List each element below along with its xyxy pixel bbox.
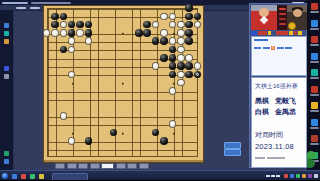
tray-icon[interactable] — [290, 174, 295, 179]
board-cell[interactable] — [42, 45, 50, 53]
board-cell[interactable] — [143, 70, 151, 78]
board-cell[interactable] — [177, 95, 185, 103]
board-cell[interactable] — [177, 37, 185, 45]
board-cell[interactable] — [151, 79, 159, 87]
move-number-field[interactable] — [101, 163, 114, 170]
board-cell[interactable] — [143, 137, 151, 145]
board-cell[interactable] — [109, 29, 117, 37]
board-cell[interactable] — [84, 45, 92, 53]
board-cell[interactable] — [143, 29, 151, 37]
board-cell[interactable] — [185, 79, 193, 87]
board-cell[interactable] — [177, 79, 185, 87]
active-task-button[interactable] — [52, 173, 88, 181]
board-cell[interactable] — [109, 137, 117, 145]
quick-launch-icon[interactable] — [39, 174, 44, 179]
rail-tool-icon[interactable] — [4, 74, 9, 79]
board-cell[interactable] — [76, 112, 84, 120]
board-cell[interactable] — [42, 137, 50, 145]
board-cell[interactable] — [76, 70, 84, 78]
board-cell[interactable] — [143, 12, 151, 20]
board-cell[interactable] — [101, 128, 109, 136]
board-cell[interactable] — [51, 37, 59, 45]
board-cell[interactable] — [151, 37, 159, 45]
board-cell[interactable] — [177, 145, 185, 153]
desktop-icon[interactable] — [308, 20, 320, 30]
board-cell[interactable] — [118, 29, 126, 37]
board-cell[interactable] — [143, 45, 151, 53]
board-cell[interactable] — [59, 29, 67, 37]
board-cell[interactable] — [109, 62, 117, 70]
board-cell[interactable] — [84, 29, 92, 37]
board-cell[interactable] — [59, 54, 67, 62]
board-cell[interactable] — [135, 112, 143, 120]
board-cell[interactable] — [51, 79, 59, 87]
board-cell[interactable] — [101, 145, 109, 153]
board-cell[interactable] — [135, 29, 143, 37]
board-cell[interactable] — [168, 20, 176, 28]
board-cell[interactable] — [193, 128, 201, 136]
board-cell[interactable] — [193, 120, 201, 128]
board-cell[interactable] — [93, 4, 101, 12]
board-cell[interactable] — [126, 20, 134, 28]
quick-launch-icon[interactable] — [21, 174, 26, 179]
board-cell[interactable] — [67, 4, 75, 12]
board-cell[interactable] — [143, 54, 151, 62]
board-cell[interactable] — [84, 62, 92, 70]
board-cell[interactable] — [193, 45, 201, 53]
board-cell[interactable] — [185, 120, 193, 128]
board-cell[interactable] — [126, 137, 134, 145]
board-cell[interactable] — [168, 128, 176, 136]
board-cell[interactable] — [42, 70, 50, 78]
board-cell[interactable] — [177, 153, 185, 161]
board-cell[interactable] — [59, 87, 67, 95]
board-cell[interactable] — [101, 70, 109, 78]
board-cell[interactable] — [143, 112, 151, 120]
board-cell[interactable] — [76, 120, 84, 128]
desktop-icon[interactable] — [308, 135, 320, 145]
board-cell[interactable] — [160, 128, 168, 136]
board-cell[interactable] — [135, 70, 143, 78]
board-cell[interactable] — [168, 87, 176, 95]
board-cell[interactable] — [118, 79, 126, 87]
board-cell[interactable] — [135, 95, 143, 103]
board-cell[interactable] — [109, 70, 117, 78]
board-cell[interactable] — [109, 87, 117, 95]
move-nav-button[interactable] — [127, 163, 137, 170]
board-cell[interactable] — [126, 70, 134, 78]
board-cell[interactable] — [84, 145, 92, 153]
desktop-icon[interactable] — [308, 119, 320, 129]
board-cell[interactable] — [51, 87, 59, 95]
board-cell[interactable] — [160, 87, 168, 95]
board-cell[interactable] — [143, 62, 151, 70]
board-cell[interactable] — [143, 87, 151, 95]
board-cell[interactable] — [193, 87, 201, 95]
board-cell[interactable] — [185, 137, 193, 145]
board-cell[interactable] — [143, 4, 151, 12]
board-cell[interactable] — [76, 62, 84, 70]
board-cell[interactable] — [67, 54, 75, 62]
board-cell[interactable] — [59, 4, 67, 12]
board-cell[interactable] — [151, 128, 159, 136]
board-cell[interactable] — [67, 145, 75, 153]
board-cell[interactable] — [177, 4, 185, 12]
board-cell[interactable] — [135, 45, 143, 53]
board-cell[interactable] — [93, 54, 101, 62]
board-cell[interactable] — [51, 20, 59, 28]
board-cell[interactable] — [84, 103, 92, 111]
board-cell[interactable] — [76, 4, 84, 12]
board-cell[interactable] — [59, 45, 67, 53]
board-cell[interactable] — [160, 4, 168, 12]
rail-tool-icon[interactable] — [4, 39, 9, 44]
board-cell[interactable] — [51, 112, 59, 120]
board-cell[interactable] — [126, 37, 134, 45]
board-cell[interactable] — [109, 12, 117, 20]
board-cell[interactable] — [109, 103, 117, 111]
board-cell[interactable] — [177, 12, 185, 20]
board-cell[interactable] — [185, 12, 193, 20]
board-cell[interactable] — [118, 137, 126, 145]
board-cell[interactable] — [177, 45, 185, 53]
board-cell[interactable] — [109, 4, 117, 12]
board-cell[interactable] — [193, 153, 201, 161]
board-cell[interactable] — [42, 20, 50, 28]
board-cell[interactable] — [151, 4, 159, 12]
board-cell[interactable] — [42, 145, 50, 153]
board-cell[interactable] — [51, 12, 59, 20]
board-cell[interactable] — [160, 137, 168, 145]
board-cell[interactable] — [168, 145, 176, 153]
board-cell[interactable] — [135, 4, 143, 12]
board-cell[interactable] — [177, 103, 185, 111]
board-cell[interactable] — [151, 112, 159, 120]
board-cell[interactable] — [109, 153, 117, 161]
board-cell[interactable] — [160, 12, 168, 20]
board-cell[interactable] — [168, 70, 176, 78]
board-cell[interactable] — [193, 137, 201, 145]
board-cell[interactable] — [84, 70, 92, 78]
board-cell[interactable] — [143, 153, 151, 161]
board-cell[interactable] — [42, 153, 50, 161]
board-cell[interactable] — [193, 29, 201, 37]
board-cell[interactable] — [143, 120, 151, 128]
board-cell[interactable] — [59, 112, 67, 120]
board-cell[interactable] — [42, 120, 50, 128]
board-cell[interactable] — [126, 95, 134, 103]
board-cell[interactable] — [51, 120, 59, 128]
board-cell[interactable] — [143, 20, 151, 28]
board-cell[interactable] — [177, 137, 185, 145]
board-cell[interactable] — [160, 103, 168, 111]
board-cell[interactable] — [151, 62, 159, 70]
board-cell[interactable] — [67, 62, 75, 70]
menu-item[interactable] — [30, 7, 40, 9]
desktop-icon[interactable] — [308, 102, 320, 112]
board-cell[interactable] — [59, 120, 67, 128]
board-cell[interactable] — [93, 120, 101, 128]
board-cell[interactable] — [126, 87, 134, 95]
board-cell[interactable] — [177, 54, 185, 62]
board-cell[interactable] — [42, 54, 50, 62]
board-cell[interactable] — [76, 79, 84, 87]
broadcast-links[interactable]: N — [254, 46, 292, 50]
board-cell[interactable] — [118, 45, 126, 53]
board-cell[interactable] — [93, 103, 101, 111]
board-cell[interactable] — [118, 120, 126, 128]
board-cell[interactable] — [51, 153, 59, 161]
board-cell[interactable] — [101, 20, 109, 28]
board-cell[interactable] — [160, 153, 168, 161]
board-cell[interactable] — [118, 145, 126, 153]
board-cell[interactable] — [193, 95, 201, 103]
board-cell[interactable] — [135, 137, 143, 145]
quick-launch-icon[interactable] — [30, 174, 35, 179]
desktop-icon[interactable] — [308, 53, 320, 63]
board-cell[interactable] — [42, 112, 50, 120]
board-cell[interactable] — [67, 153, 75, 161]
board-cell[interactable] — [101, 120, 109, 128]
board-cell[interactable] — [193, 112, 201, 120]
board-cell[interactable] — [135, 120, 143, 128]
board-cell[interactable] — [42, 87, 50, 95]
board-cell[interactable] — [160, 95, 168, 103]
board-cell[interactable] — [101, 112, 109, 120]
board-cell[interactable] — [93, 62, 101, 70]
board-cell[interactable] — [168, 29, 176, 37]
board-cell[interactable] — [185, 128, 193, 136]
board-cell[interactable] — [160, 145, 168, 153]
board-cell[interactable] — [135, 128, 143, 136]
board-cell[interactable] — [126, 153, 134, 161]
board-cell[interactable] — [101, 79, 109, 87]
board-cell[interactable] — [76, 20, 84, 28]
board-cell[interactable] — [151, 87, 159, 95]
board-cell[interactable] — [59, 70, 67, 78]
board-cell[interactable] — [67, 95, 75, 103]
board-cell[interactable] — [118, 12, 126, 20]
board-cell[interactable] — [101, 45, 109, 53]
board-cell[interactable] — [177, 87, 185, 95]
board-cell[interactable] — [185, 54, 193, 62]
board-cell[interactable] — [84, 87, 92, 95]
board-cell[interactable] — [84, 20, 92, 28]
board-cell[interactable] — [160, 70, 168, 78]
board-cell[interactable] — [168, 137, 176, 145]
board-cell[interactable] — [193, 54, 201, 62]
board-cell[interactable] — [109, 145, 117, 153]
board-cell[interactable] — [67, 29, 75, 37]
board-cell[interactable] — [118, 54, 126, 62]
tray-icon[interactable] — [314, 174, 319, 179]
board-cell[interactable] — [42, 103, 50, 111]
board-cell[interactable] — [76, 128, 84, 136]
board-cell[interactable] — [168, 112, 176, 120]
quick-launch-icon[interactable] — [12, 174, 17, 179]
board-cell[interactable] — [160, 62, 168, 70]
board-cell[interactable] — [135, 20, 143, 28]
board-cell[interactable] — [160, 79, 168, 87]
rail-tool-icon[interactable] — [4, 151, 9, 156]
board-cell[interactable] — [126, 120, 134, 128]
move-nav-button[interactable] — [116, 163, 126, 170]
board-cell[interactable] — [185, 20, 193, 28]
move-nav-button[interactable] — [139, 163, 149, 170]
board-cell[interactable] — [76, 145, 84, 153]
board-cell[interactable] — [51, 54, 59, 62]
board-cell[interactable] — [168, 54, 176, 62]
board-cell[interactable] — [168, 4, 176, 12]
board-cell[interactable] — [185, 29, 193, 37]
board-cell[interactable] — [160, 45, 168, 53]
board-cell[interactable] — [109, 120, 117, 128]
board-cell[interactable] — [185, 103, 193, 111]
board-cell[interactable] — [42, 12, 50, 20]
board-cell[interactable] — [126, 29, 134, 37]
tray-icon[interactable] — [302, 174, 307, 179]
board-cell[interactable] — [126, 103, 134, 111]
board-cell[interactable] — [168, 62, 176, 70]
board-cell[interactable] — [160, 29, 168, 37]
board-cell[interactable] — [143, 103, 151, 111]
board-cell[interactable] — [135, 145, 143, 153]
board-cell[interactable] — [84, 153, 92, 161]
board-cell[interactable] — [109, 54, 117, 62]
board-cell[interactable] — [185, 95, 193, 103]
board-cell[interactable] — [109, 79, 117, 87]
board-cell[interactable] — [118, 153, 126, 161]
board-cell[interactable] — [101, 29, 109, 37]
board-cell[interactable] — [177, 70, 185, 78]
board-cell[interactable] — [93, 137, 101, 145]
board-cell[interactable] — [168, 45, 176, 53]
board-cell[interactable] — [59, 79, 67, 87]
board-cell[interactable] — [118, 4, 126, 12]
board-cell[interactable] — [84, 4, 92, 12]
board-cell[interactable] — [59, 37, 67, 45]
board-cell[interactable] — [101, 103, 109, 111]
board-cell[interactable] — [185, 62, 193, 70]
board-cell[interactable] — [93, 112, 101, 120]
board-cell[interactable] — [101, 153, 109, 161]
board-cell[interactable] — [160, 20, 168, 28]
board-cell[interactable] — [101, 95, 109, 103]
board-cell[interactable] — [84, 128, 92, 136]
board-cell[interactable] — [135, 103, 143, 111]
board-cell[interactable] — [177, 62, 185, 70]
board-cell[interactable] — [168, 37, 176, 45]
board-cell[interactable] — [118, 103, 126, 111]
board-cell[interactable] — [126, 79, 134, 87]
board-cell[interactable] — [42, 79, 50, 87]
board-cell[interactable] — [59, 145, 67, 153]
board-cell[interactable] — [67, 103, 75, 111]
board-cell[interactable] — [193, 103, 201, 111]
board-cell[interactable] — [51, 70, 59, 78]
board-cell[interactable] — [185, 112, 193, 120]
board-cell[interactable] — [185, 37, 193, 45]
board-cell[interactable] — [101, 62, 109, 70]
move-nav-button[interactable] — [67, 163, 77, 170]
board-cell[interactable] — [185, 70, 193, 78]
desktop-icon[interactable] — [308, 86, 320, 96]
board-cell[interactable] — [151, 20, 159, 28]
board-cell[interactable] — [135, 54, 143, 62]
board-cell[interactable] — [126, 128, 134, 136]
board-cell[interactable] — [93, 12, 101, 20]
board-cell[interactable] — [135, 79, 143, 87]
tray-icon[interactable] — [284, 174, 289, 179]
board-cell[interactable] — [177, 29, 185, 37]
board-cell[interactable] — [42, 4, 50, 12]
board-cell[interactable] — [67, 120, 75, 128]
board-cell[interactable] — [118, 128, 126, 136]
board-cell[interactable] — [168, 12, 176, 20]
move-nav-button[interactable] — [90, 163, 100, 170]
board-cell[interactable] — [93, 20, 101, 28]
menu-item[interactable] — [16, 7, 26, 9]
board-cell[interactable] — [160, 37, 168, 45]
board-cell[interactable] — [177, 20, 185, 28]
board-cell[interactable] — [84, 54, 92, 62]
board-cell[interactable] — [109, 45, 117, 53]
board-cell[interactable] — [168, 79, 176, 87]
board-cell[interactable] — [84, 95, 92, 103]
board-cell[interactable] — [93, 87, 101, 95]
side-tab-button-1[interactable] — [224, 142, 241, 149]
board-cell[interactable] — [84, 37, 92, 45]
board-cell[interactable] — [67, 37, 75, 45]
board-cell[interactable] — [126, 112, 134, 120]
board-cell[interactable] — [59, 95, 67, 103]
board-cell[interactable] — [59, 128, 67, 136]
board-cell[interactable] — [143, 145, 151, 153]
board-cell[interactable] — [101, 87, 109, 95]
rail-tool-icon[interactable] — [4, 159, 9, 164]
board-cell[interactable] — [76, 137, 84, 145]
board-cell[interactable] — [67, 20, 75, 28]
board-cell[interactable] — [118, 95, 126, 103]
rail-tool-icon[interactable] — [4, 31, 9, 36]
board-cell[interactable] — [193, 62, 201, 70]
board-cell[interactable] — [151, 145, 159, 153]
board-cell[interactable] — [193, 79, 201, 87]
board-cell[interactable] — [135, 62, 143, 70]
board-cell[interactable] — [93, 145, 101, 153]
board-cell[interactable] — [101, 4, 109, 12]
board-cell[interactable] — [59, 12, 67, 20]
board-cell[interactable] — [118, 37, 126, 45]
board-cell[interactable] — [168, 95, 176, 103]
board-cell[interactable] — [151, 95, 159, 103]
board-cell[interactable] — [143, 128, 151, 136]
board-cell[interactable] — [185, 4, 193, 12]
board-cell[interactable] — [51, 62, 59, 70]
board-cell[interactable] — [84, 137, 92, 145]
board-cell[interactable] — [67, 12, 75, 20]
board-cell[interactable] — [151, 70, 159, 78]
board-cell[interactable] — [76, 87, 84, 95]
board-cell[interactable] — [84, 12, 92, 20]
move-nav-button[interactable] — [55, 163, 65, 170]
board-cell[interactable] — [67, 137, 75, 145]
board-cell[interactable] — [151, 137, 159, 145]
board-cell[interactable] — [67, 112, 75, 120]
board-cell[interactable] — [67, 45, 75, 53]
board-cell[interactable] — [135, 87, 143, 95]
board-cell[interactable] — [135, 37, 143, 45]
